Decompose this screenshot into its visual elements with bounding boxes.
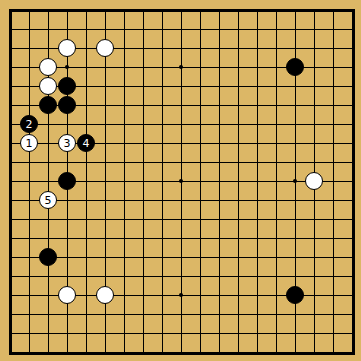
black-stone[interactable] <box>39 96 57 114</box>
white-stone[interactable] <box>58 39 76 57</box>
black-stone[interactable]: 4 <box>77 134 95 152</box>
black-stone[interactable] <box>286 58 304 76</box>
white-stone[interactable] <box>305 172 323 190</box>
hoshi-point <box>293 179 297 183</box>
black-stone[interactable] <box>286 286 304 304</box>
board-grid: 21345 <box>1 1 361 361</box>
white-stone[interactable] <box>39 77 57 95</box>
go-board[interactable]: 21345 <box>0 0 361 361</box>
black-stone[interactable] <box>58 172 76 190</box>
hoshi-point <box>179 293 183 297</box>
white-stone[interactable]: 3 <box>58 134 76 152</box>
white-stone[interactable]: 5 <box>39 191 57 209</box>
white-stone[interactable] <box>58 286 76 304</box>
black-stone[interactable]: 2 <box>20 115 38 133</box>
black-stone[interactable] <box>58 96 76 114</box>
black-stone[interactable] <box>39 248 57 266</box>
white-stone[interactable] <box>96 286 114 304</box>
white-stone[interactable] <box>39 58 57 76</box>
hoshi-point <box>179 65 183 69</box>
white-stone[interactable]: 1 <box>20 134 38 152</box>
hoshi-point <box>65 65 69 69</box>
white-stone[interactable] <box>96 39 114 57</box>
hoshi-point <box>179 179 183 183</box>
black-stone[interactable] <box>58 77 76 95</box>
